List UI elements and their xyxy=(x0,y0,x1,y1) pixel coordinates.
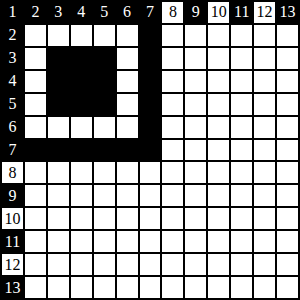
row-label-8: 8 xyxy=(1,161,24,184)
cell-r7-c6 xyxy=(116,139,139,162)
cell-r10-c9 xyxy=(184,207,207,230)
cell-r9-c2 xyxy=(24,184,47,207)
col-label-11: 11 xyxy=(230,1,253,24)
cell-r6-c6 xyxy=(116,116,139,139)
col-label-13: 13 xyxy=(276,1,299,24)
cell-r13-c2 xyxy=(24,276,47,299)
cell-r9-c7 xyxy=(139,184,162,207)
cell-r8-c12 xyxy=(253,161,276,184)
cell-r13-c11 xyxy=(230,276,253,299)
cell-r11-c4 xyxy=(70,230,93,253)
cell-r11-c9 xyxy=(184,230,207,253)
cell-r10-c7 xyxy=(139,207,162,230)
cell-r4-c11 xyxy=(230,70,253,93)
cell-r3-c3 xyxy=(47,47,70,70)
cell-r8-c4 xyxy=(70,161,93,184)
cell-r7-c13 xyxy=(276,139,299,162)
cell-r11-c2 xyxy=(24,230,47,253)
cell-r6-c5 xyxy=(93,116,116,139)
cell-r7-c11 xyxy=(230,139,253,162)
col-label-2: 2 xyxy=(24,1,47,24)
cell-r11-c5 xyxy=(93,230,116,253)
cell-r13-c8 xyxy=(161,276,184,299)
cell-r8-c3 xyxy=(47,161,70,184)
col-label-4: 4 xyxy=(70,1,93,24)
cell-r4-c13 xyxy=(276,70,299,93)
cell-r7-c2 xyxy=(24,139,47,162)
cell-r3-c10 xyxy=(207,47,230,70)
cell-r8-c10 xyxy=(207,161,230,184)
cell-r3-c9 xyxy=(184,47,207,70)
cell-r11-c3 xyxy=(47,230,70,253)
cell-r2-c2 xyxy=(24,24,47,47)
cell-r2-c13 xyxy=(276,24,299,47)
cell-r2-c5 xyxy=(93,24,116,47)
cell-r9-c13 xyxy=(276,184,299,207)
cell-r3-c5 xyxy=(93,47,116,70)
cell-r9-c11 xyxy=(230,184,253,207)
cell-r4-c3 xyxy=(47,70,70,93)
cell-r13-c5 xyxy=(93,276,116,299)
cell-r4-c4 xyxy=(70,70,93,93)
cell-r13-c12 xyxy=(253,276,276,299)
cell-r3-c6 xyxy=(116,47,139,70)
cell-r4-c2 xyxy=(24,70,47,93)
board: 123456789101112132345678910111213 xyxy=(0,0,300,300)
cell-r12-c7 xyxy=(139,253,162,276)
cell-r5-c9 xyxy=(184,93,207,116)
cell-r6-c2 xyxy=(24,116,47,139)
cell-r7-c7 xyxy=(139,139,162,162)
cell-r9-c3 xyxy=(47,184,70,207)
cell-r4-c7 xyxy=(139,70,162,93)
cell-r12-c10 xyxy=(207,253,230,276)
cell-r6-c11 xyxy=(230,116,253,139)
cell-r10-c8 xyxy=(161,207,184,230)
cell-r8-c6 xyxy=(116,161,139,184)
cell-r11-c10 xyxy=(207,230,230,253)
cell-r5-c13 xyxy=(276,93,299,116)
row-label-5: 5 xyxy=(1,93,24,116)
cell-r11-c12 xyxy=(253,230,276,253)
cell-r8-c13 xyxy=(276,161,299,184)
cell-r3-c2 xyxy=(24,47,47,70)
cell-r10-c11 xyxy=(230,207,253,230)
cell-r3-c12 xyxy=(253,47,276,70)
cell-r7-c10 xyxy=(207,139,230,162)
cell-r13-c7 xyxy=(139,276,162,299)
cell-r12-c2 xyxy=(24,253,47,276)
row-label-11: 11 xyxy=(1,230,24,253)
cell-r6-c7 xyxy=(139,116,162,139)
cell-r5-c8 xyxy=(161,93,184,116)
cell-r9-c10 xyxy=(207,184,230,207)
cell-r5-c2 xyxy=(24,93,47,116)
cell-r8-c5 xyxy=(93,161,116,184)
cell-r3-c7 xyxy=(139,47,162,70)
cell-r3-c4 xyxy=(70,47,93,70)
row-label-6: 6 xyxy=(1,116,24,139)
cell-r11-c8 xyxy=(161,230,184,253)
row-label-13: 13 xyxy=(1,276,24,299)
cell-r10-c4 xyxy=(70,207,93,230)
col-label-10: 10 xyxy=(207,1,230,24)
cell-r7-c5 xyxy=(93,139,116,162)
cell-r7-c3 xyxy=(47,139,70,162)
cell-r9-c6 xyxy=(116,184,139,207)
cell-r13-c9 xyxy=(184,276,207,299)
cell-r7-c9 xyxy=(184,139,207,162)
cell-r12-c9 xyxy=(184,253,207,276)
col-label-1: 1 xyxy=(1,1,24,24)
cell-r2-c7 xyxy=(139,24,162,47)
row-label-7: 7 xyxy=(1,139,24,162)
cell-r5-c3 xyxy=(47,93,70,116)
cell-r9-c12 xyxy=(253,184,276,207)
cell-r2-c11 xyxy=(230,24,253,47)
col-label-7: 7 xyxy=(139,1,162,24)
row-label-2: 2 xyxy=(1,24,24,47)
cell-r12-c13 xyxy=(276,253,299,276)
cell-r8-c9 xyxy=(184,161,207,184)
cell-r11-c6 xyxy=(116,230,139,253)
cell-r3-c13 xyxy=(276,47,299,70)
cell-r6-c12 xyxy=(253,116,276,139)
cell-r5-c10 xyxy=(207,93,230,116)
cell-r12-c4 xyxy=(70,253,93,276)
cell-r9-c8 xyxy=(161,184,184,207)
cell-r5-c12 xyxy=(253,93,276,116)
cell-r4-c9 xyxy=(184,70,207,93)
row-label-10: 10 xyxy=(1,207,24,230)
cell-r11-c11 xyxy=(230,230,253,253)
cell-r12-c3 xyxy=(47,253,70,276)
cell-r6-c3 xyxy=(47,116,70,139)
cell-r2-c8 xyxy=(161,24,184,47)
cell-r13-c10 xyxy=(207,276,230,299)
cell-r10-c2 xyxy=(24,207,47,230)
cell-r12-c8 xyxy=(161,253,184,276)
cell-r10-c12 xyxy=(253,207,276,230)
col-label-5: 5 xyxy=(93,1,116,24)
cell-r8-c8 xyxy=(161,161,184,184)
row-label-3: 3 xyxy=(1,47,24,70)
cell-r12-c6 xyxy=(116,253,139,276)
cell-r3-c8 xyxy=(161,47,184,70)
col-label-3: 3 xyxy=(47,1,70,24)
cell-r9-c4 xyxy=(70,184,93,207)
cell-r13-c4 xyxy=(70,276,93,299)
cell-r12-c5 xyxy=(93,253,116,276)
cell-r6-c10 xyxy=(207,116,230,139)
cell-r2-c3 xyxy=(47,24,70,47)
cell-r8-c11 xyxy=(230,161,253,184)
cell-r6-c13 xyxy=(276,116,299,139)
cell-r4-c6 xyxy=(116,70,139,93)
cell-r2-c4 xyxy=(70,24,93,47)
cell-r3-c11 xyxy=(230,47,253,70)
cell-r13-c13 xyxy=(276,276,299,299)
cell-r4-c10 xyxy=(207,70,230,93)
row-label-9: 9 xyxy=(1,184,24,207)
cell-r11-c7 xyxy=(139,230,162,253)
cell-r10-c3 xyxy=(47,207,70,230)
col-label-9: 9 xyxy=(184,1,207,24)
cell-r4-c5 xyxy=(93,70,116,93)
row-label-12: 12 xyxy=(1,253,24,276)
col-label-12: 12 xyxy=(253,1,276,24)
cell-r7-c12 xyxy=(253,139,276,162)
cell-r10-c6 xyxy=(116,207,139,230)
cell-r5-c11 xyxy=(230,93,253,116)
cell-r10-c13 xyxy=(276,207,299,230)
row-label-4: 4 xyxy=(1,70,24,93)
cell-r9-c9 xyxy=(184,184,207,207)
cell-r4-c12 xyxy=(253,70,276,93)
cell-r8-c7 xyxy=(139,161,162,184)
cell-r2-c10 xyxy=(207,24,230,47)
cell-r5-c4 xyxy=(70,93,93,116)
cell-r13-c3 xyxy=(47,276,70,299)
cell-r8-c2 xyxy=(24,161,47,184)
cell-r2-c6 xyxy=(116,24,139,47)
cell-r6-c4 xyxy=(70,116,93,139)
col-label-6: 6 xyxy=(116,1,139,24)
cell-r7-c4 xyxy=(70,139,93,162)
cell-r11-c13 xyxy=(276,230,299,253)
cell-r2-c12 xyxy=(253,24,276,47)
cell-r6-c9 xyxy=(184,116,207,139)
cell-r5-c7 xyxy=(139,93,162,116)
cell-r12-c12 xyxy=(253,253,276,276)
cell-r7-c8 xyxy=(161,139,184,162)
cell-r5-c6 xyxy=(116,93,139,116)
col-label-8: 8 xyxy=(161,1,184,24)
cell-r6-c8 xyxy=(161,116,184,139)
cell-r5-c5 xyxy=(93,93,116,116)
cell-r4-c8 xyxy=(161,70,184,93)
cell-r2-c9 xyxy=(184,24,207,47)
cell-r10-c10 xyxy=(207,207,230,230)
cell-r12-c11 xyxy=(230,253,253,276)
cell-r10-c5 xyxy=(93,207,116,230)
cell-r13-c6 xyxy=(116,276,139,299)
cell-r9-c5 xyxy=(93,184,116,207)
